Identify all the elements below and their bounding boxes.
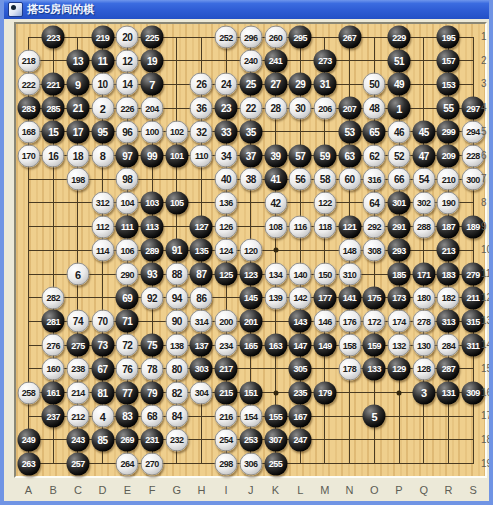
move-number: 103 — [145, 198, 159, 208]
stone-A16: 258 — [17, 381, 40, 404]
stone-F9: 113 — [141, 215, 164, 238]
stone-O6: 62 — [363, 144, 386, 167]
move-number: 190 — [442, 198, 456, 208]
move-number: 70 — [98, 316, 108, 327]
stone-P4: 1 — [388, 97, 411, 120]
move-number: 146 — [318, 316, 332, 326]
stone-E4: 226 — [116, 97, 139, 120]
move-number: 275 — [71, 340, 85, 350]
stone-N1: 267 — [338, 26, 361, 49]
stone-K18: 307 — [264, 428, 287, 451]
stone-I11: 125 — [215, 263, 238, 286]
stone-G11: 88 — [165, 263, 188, 286]
stone-C3: 9 — [66, 73, 89, 96]
stone-B1: 223 — [42, 26, 65, 49]
stone-K2: 241 — [264, 49, 287, 72]
move-number: 23 — [221, 103, 231, 114]
move-number: 295 — [293, 32, 307, 42]
move-number: 13 — [73, 55, 83, 66]
stone-I16: 215 — [215, 381, 238, 404]
move-number: 24 — [221, 79, 231, 90]
move-number: 247 — [293, 435, 307, 445]
move-number: 238 — [71, 364, 85, 374]
stone-J4: 22 — [239, 97, 262, 120]
move-number: 56 — [295, 174, 305, 185]
row-label-15: 15 — [481, 363, 493, 374]
move-number: 237 — [46, 411, 60, 421]
move-number: 20 — [122, 32, 132, 43]
move-number: 290 — [121, 269, 135, 279]
stone-P1: 229 — [388, 26, 411, 49]
stone-K11: 134 — [264, 263, 287, 286]
stone-D1: 219 — [91, 26, 114, 49]
stone-H12: 86 — [190, 286, 213, 309]
move-number: 50 — [369, 79, 379, 90]
stone-Q15: 128 — [412, 357, 435, 380]
move-number: 129 — [392, 364, 406, 374]
row-label-4: 4 — [481, 102, 493, 113]
stone-N13: 176 — [338, 310, 361, 333]
stone-Q16: 3 — [412, 381, 435, 404]
move-number: 240 — [244, 56, 258, 66]
stone-E11: 290 — [116, 263, 139, 286]
move-number: 299 — [442, 127, 456, 137]
stone-K6: 39 — [264, 144, 287, 167]
move-number: 76 — [122, 363, 132, 374]
move-number: 85 — [98, 434, 108, 445]
stone-N10: 148 — [338, 239, 361, 262]
move-number: 235 — [293, 388, 307, 398]
stone-A4: 283 — [17, 97, 40, 120]
move-number: 25 — [246, 79, 256, 90]
move-number: 289 — [145, 245, 159, 255]
stone-E8: 104 — [116, 191, 139, 214]
move-number: 225 — [145, 32, 159, 42]
move-number: 206 — [318, 103, 332, 113]
move-number: 65 — [369, 126, 379, 137]
move-number: 252 — [219, 32, 233, 42]
stone-G5: 102 — [165, 120, 188, 143]
move-number: 212 — [71, 411, 85, 421]
stone-I17: 216 — [215, 405, 238, 428]
stone-D14: 73 — [91, 334, 114, 357]
stone-E13: 71 — [116, 310, 139, 333]
stone-J12: 145 — [239, 286, 262, 309]
move-number: 149 — [318, 340, 332, 350]
stone-L1: 295 — [289, 26, 312, 49]
column-label-O: O — [366, 484, 382, 496]
move-number: 84 — [172, 411, 182, 422]
column-label-E: E — [119, 484, 135, 496]
move-number: 33 — [221, 126, 231, 137]
move-number: 222 — [22, 79, 36, 89]
row-label-9: 9 — [481, 221, 493, 232]
column-label-M: M — [317, 484, 333, 496]
move-number: 55 — [443, 103, 453, 114]
row-label-10: 10 — [481, 244, 493, 255]
move-number: 96 — [122, 126, 132, 137]
move-number: 198 — [71, 174, 85, 184]
stone-F15: 78 — [141, 357, 164, 380]
stone-D13: 70 — [91, 310, 114, 333]
move-number: 269 — [121, 435, 135, 445]
stone-F16: 79 — [141, 381, 164, 404]
column-label-N: N — [342, 484, 358, 496]
stone-J17: 154 — [239, 405, 262, 428]
stone-R10: 213 — [437, 239, 460, 262]
stone-K8: 42 — [264, 191, 287, 214]
row-label-7: 7 — [481, 173, 493, 184]
stone-L3: 29 — [289, 73, 312, 96]
move-number: 34 — [221, 150, 231, 161]
move-number: 2 — [100, 102, 106, 114]
stone-C5: 17 — [66, 120, 89, 143]
stone-F1: 225 — [141, 26, 164, 49]
stone-L16: 235 — [289, 381, 312, 404]
stone-P11: 185 — [388, 263, 411, 286]
move-number: 160 — [46, 364, 60, 374]
move-number: 122 — [318, 198, 332, 208]
move-number: 177 — [318, 293, 332, 303]
move-number: 219 — [96, 32, 110, 42]
stone-O9: 292 — [363, 215, 386, 238]
stone-A2: 218 — [17, 49, 40, 72]
move-number: 29 — [295, 79, 305, 90]
stone-D3: 10 — [91, 73, 114, 96]
move-number: 297 — [466, 103, 480, 113]
stone-K1: 260 — [264, 26, 287, 49]
move-number: 125 — [219, 269, 233, 279]
stone-P15: 129 — [388, 357, 411, 380]
move-number: 218 — [22, 56, 36, 66]
move-number: 210 — [442, 174, 456, 184]
move-number: 78 — [147, 363, 157, 374]
move-number: 26 — [196, 79, 206, 90]
move-number: 201 — [244, 316, 258, 326]
move-number: 283 — [22, 103, 36, 113]
move-number: 209 — [442, 151, 456, 161]
stone-O12: 175 — [363, 286, 386, 309]
stone-G15: 80 — [165, 357, 188, 380]
stone-F12: 92 — [141, 286, 164, 309]
move-number: 35 — [246, 126, 256, 137]
stone-P13: 174 — [388, 310, 411, 333]
move-number: 294 — [466, 127, 480, 137]
move-number: 139 — [269, 293, 283, 303]
stone-C2: 13 — [66, 49, 89, 72]
move-number: 167 — [293, 411, 307, 421]
stone-O10: 308 — [363, 239, 386, 262]
stone-Q11: 171 — [412, 263, 435, 286]
stone-O3: 50 — [363, 73, 386, 96]
move-number: 200 — [219, 316, 233, 326]
stone-G13: 90 — [165, 310, 188, 333]
row-label-6: 6 — [481, 150, 493, 161]
move-number: 104 — [121, 198, 135, 208]
stone-J13: 201 — [239, 310, 262, 333]
move-number: 312 — [96, 198, 110, 208]
move-number: 172 — [368, 316, 382, 326]
move-number: 140 — [293, 269, 307, 279]
move-number: 120 — [244, 245, 258, 255]
move-number: 102 — [170, 127, 184, 137]
stone-E6: 97 — [116, 144, 139, 167]
move-number: 62 — [369, 150, 379, 161]
stone-D15: 67 — [91, 357, 114, 380]
move-number: 131 — [442, 388, 456, 398]
stone-R7: 210 — [437, 168, 460, 191]
go-board-surface[interactable]: 2232192022525229626029526722919521813111… — [16, 24, 485, 476]
stone-C18: 243 — [66, 428, 89, 451]
move-number: 284 — [442, 340, 456, 350]
stone-K19: 255 — [264, 452, 287, 475]
move-number: 158 — [343, 340, 357, 350]
stone-J7: 38 — [239, 168, 262, 191]
stone-H11: 87 — [190, 263, 213, 286]
move-number: 116 — [294, 222, 307, 232]
stone-D4: 2 — [91, 97, 114, 120]
move-number: 68 — [147, 411, 157, 422]
window-title: 搭55房间的棋 — [27, 2, 94, 17]
move-number: 21 — [73, 103, 83, 114]
stone-J18: 253 — [239, 428, 262, 451]
move-number: 79 — [147, 387, 157, 398]
stone-G8: 105 — [165, 191, 188, 214]
stone-I8: 136 — [215, 191, 238, 214]
stone-Q14: 130 — [412, 334, 435, 357]
stone-G14: 138 — [165, 334, 188, 357]
stone-E9: 111 — [116, 215, 139, 238]
stone-R6: 209 — [437, 144, 460, 167]
stone-C4: 21 — [66, 97, 89, 120]
stone-I7: 40 — [215, 168, 238, 191]
stone-N9: 121 — [338, 215, 361, 238]
move-number: 176 — [343, 316, 357, 326]
stone-M2: 273 — [313, 49, 336, 72]
stone-J1: 296 — [239, 26, 262, 49]
column-label-J: J — [243, 484, 259, 496]
stone-P14: 132 — [388, 334, 411, 357]
title-bar[interactable]: 搭55房间的棋 — [4, 0, 489, 19]
stone-E18: 269 — [116, 428, 139, 451]
stone-I18: 254 — [215, 428, 238, 451]
move-number: 5 — [371, 410, 377, 422]
stone-D17: 4 — [91, 405, 114, 428]
star-point — [397, 390, 402, 395]
stone-I14: 234 — [215, 334, 238, 357]
move-number: 313 — [442, 316, 456, 326]
stone-R2: 157 — [437, 49, 460, 72]
stone-J10: 120 — [239, 239, 262, 262]
stone-O15: 133 — [363, 357, 386, 380]
move-number: 8 — [100, 150, 106, 162]
move-number: 249 — [22, 435, 36, 445]
move-number: 41 — [270, 174, 280, 185]
move-number: 287 — [442, 364, 456, 374]
move-number: 278 — [417, 316, 431, 326]
stone-C11: 6 — [66, 263, 89, 286]
move-number: 114 — [96, 245, 109, 255]
move-number: 31 — [320, 79, 330, 90]
move-number: 12 — [122, 55, 132, 66]
stone-I10: 124 — [215, 239, 238, 262]
move-number: 77 — [122, 387, 132, 398]
stone-C16: 214 — [66, 381, 89, 404]
stone-B14: 276 — [42, 334, 65, 357]
stone-F3: 7 — [141, 73, 164, 96]
move-number: 187 — [442, 222, 456, 232]
move-number: 153 — [442, 79, 456, 89]
stone-L9: 116 — [289, 215, 312, 238]
stone-N14: 158 — [338, 334, 361, 357]
move-number: 9 — [75, 78, 81, 90]
column-label-D: D — [95, 484, 111, 496]
stone-G16: 82 — [165, 381, 188, 404]
move-number: 282 — [46, 293, 60, 303]
row-label-16: 16 — [481, 387, 493, 398]
move-number: 204 — [145, 103, 159, 113]
move-number: 189 — [466, 222, 480, 232]
row-label-8: 8 — [481, 197, 493, 208]
move-number: 314 — [195, 316, 209, 326]
row-label-2: 2 — [481, 55, 493, 66]
move-number: 100 — [145, 127, 159, 137]
column-label-P: P — [391, 484, 407, 496]
column-label-F: F — [144, 484, 160, 496]
move-number: 258 — [22, 388, 36, 398]
stone-I15: 217 — [215, 357, 238, 380]
stone-G10: 91 — [165, 239, 188, 262]
move-number: 305 — [293, 364, 307, 374]
move-number: 121 — [343, 222, 357, 232]
move-number: 59 — [320, 150, 330, 161]
move-number: 3 — [421, 387, 427, 399]
stone-L18: 247 — [289, 428, 312, 451]
stone-F14: 75 — [141, 334, 164, 357]
move-number: 73 — [98, 340, 108, 351]
stone-R1: 195 — [437, 26, 460, 49]
row-label-14: 14 — [481, 339, 493, 350]
move-number: 63 — [345, 150, 355, 161]
stone-D18: 85 — [91, 428, 114, 451]
stone-Q13: 278 — [412, 310, 435, 333]
move-number: 215 — [219, 388, 233, 398]
move-number: 148 — [343, 245, 357, 255]
stone-F10: 289 — [141, 239, 164, 262]
stone-B6: 16 — [42, 144, 65, 167]
stone-R11: 183 — [437, 263, 460, 286]
stone-C14: 275 — [66, 334, 89, 357]
row-label-12: 12 — [481, 292, 493, 303]
stone-F2: 19 — [141, 49, 164, 72]
stone-B5: 15 — [42, 120, 65, 143]
stone-H9: 127 — [190, 215, 213, 238]
stone-G6: 101 — [165, 144, 188, 167]
stone-N6: 63 — [338, 144, 361, 167]
stone-R8: 190 — [437, 191, 460, 214]
move-number: 127 — [195, 222, 209, 232]
move-number: 223 — [46, 32, 60, 42]
stone-O5: 65 — [363, 120, 386, 143]
move-number: 37 — [246, 150, 256, 161]
stone-A3: 222 — [17, 73, 40, 96]
row-label-11: 11 — [481, 268, 493, 279]
stone-F6: 99 — [141, 144, 164, 167]
stone-B17: 237 — [42, 405, 65, 428]
move-number: 285 — [46, 103, 60, 113]
stone-E1: 20 — [116, 26, 139, 49]
stone-I4: 23 — [215, 97, 238, 120]
stone-M6: 59 — [313, 144, 336, 167]
stone-L17: 167 — [289, 405, 312, 428]
stone-N5: 53 — [338, 120, 361, 143]
move-number: 231 — [145, 435, 159, 445]
stone-J11: 123 — [239, 263, 262, 286]
stone-I3: 24 — [215, 73, 238, 96]
stone-E19: 264 — [116, 452, 139, 475]
move-number: 226 — [121, 103, 135, 113]
move-number: 229 — [392, 32, 406, 42]
move-number: 165 — [244, 340, 258, 350]
move-number: 302 — [417, 198, 431, 208]
stone-E12: 69 — [116, 286, 139, 309]
stone-L6: 57 — [289, 144, 312, 167]
stone-R14: 284 — [437, 334, 460, 357]
stone-E16: 77 — [116, 381, 139, 404]
move-number: 4 — [100, 410, 106, 422]
move-number: 82 — [172, 387, 182, 398]
move-number: 71 — [122, 316, 132, 327]
move-number: 58 — [320, 174, 330, 185]
move-number: 257 — [71, 459, 85, 469]
move-number: 91 — [172, 245, 182, 256]
stone-J6: 37 — [239, 144, 262, 167]
move-number: 42 — [270, 197, 280, 208]
move-number: 112 — [96, 222, 109, 232]
move-number: 234 — [219, 340, 233, 350]
row-label-17: 17 — [481, 410, 493, 421]
stone-P8: 301 — [388, 191, 411, 214]
move-number: 143 — [293, 316, 307, 326]
stone-B4: 285 — [42, 97, 65, 120]
move-number: 14 — [122, 79, 132, 90]
move-number: 303 — [195, 364, 209, 374]
stone-F8: 103 — [141, 191, 164, 214]
move-number: 288 — [417, 222, 431, 232]
move-number: 95 — [98, 126, 108, 137]
stone-E5: 96 — [116, 120, 139, 143]
move-number: 66 — [394, 174, 404, 185]
move-number: 98 — [122, 174, 132, 185]
go-board[interactable]: 2232192022525229626029526722919521813111… — [14, 22, 487, 478]
move-number: 263 — [22, 459, 36, 469]
stone-E10: 106 — [116, 239, 139, 262]
stone-D2: 11 — [91, 49, 114, 72]
stone-H14: 137 — [190, 334, 213, 357]
move-number: 306 — [244, 459, 258, 469]
stone-B12: 282 — [42, 286, 65, 309]
move-number: 30 — [295, 103, 305, 114]
stone-F4: 204 — [141, 97, 164, 120]
stone-J3: 25 — [239, 73, 262, 96]
move-number: 108 — [269, 222, 283, 232]
stone-N7: 60 — [338, 168, 361, 191]
stone-P12: 173 — [388, 286, 411, 309]
move-number: 174 — [392, 316, 406, 326]
move-number: 19 — [147, 55, 157, 66]
stone-P9: 291 — [388, 215, 411, 238]
move-number: 110 — [195, 151, 208, 161]
